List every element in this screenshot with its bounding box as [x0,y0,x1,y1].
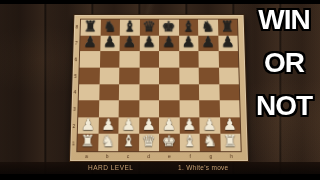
file-label-b: b [97,153,118,160]
file-label-g: g [200,153,221,160]
white-bishop[interactable]: ♝ [121,134,135,150]
white-rook[interactable]: ♜ [223,134,238,150]
difficulty-level-label: HARD LEVEL [88,164,133,171]
square-b7[interactable]: ♟ [100,35,120,51]
black-bishop[interactable]: ♝ [123,19,137,33]
white-pawn[interactable]: ♟ [182,117,196,132]
rank-label-1: 1 [70,135,76,152]
board-grid: ♜♞♝♛♚♝♞♜♟♟♟♟♟♟♟♟♟♟♟♟♟♟♟♟♜♞♝♛♚♝♞♜ [76,19,241,153]
square-h4[interactable] [219,84,239,101]
black-king[interactable]: ♚ [162,19,176,33]
caption-line-3: NOT [250,84,318,127]
black-rook[interactable]: ♜ [84,19,98,33]
white-queen[interactable]: ♛ [142,134,156,150]
square-f4[interactable] [179,84,199,101]
square-d6[interactable] [139,51,159,67]
square-a6[interactable] [80,51,100,67]
white-pawn[interactable]: ♟ [162,117,176,132]
file-label-a: a [76,153,97,160]
file-label-d: d [138,153,159,160]
file-labels: abcdefgh [76,153,242,160]
rank-label-7: 7 [73,35,79,51]
square-c7[interactable]: ♟ [120,35,140,51]
square-f6[interactable] [179,51,199,67]
black-bishop[interactable]: ♝ [181,19,195,33]
white-pawn[interactable]: ♟ [121,117,135,132]
move-indicator-label: 1. White's move [178,164,229,171]
square-d4[interactable] [139,84,159,101]
square-h7[interactable]: ♟ [218,35,238,51]
square-g6[interactable] [198,51,218,67]
black-pawn[interactable]: ♟ [83,35,97,50]
square-b5[interactable] [99,68,119,84]
white-pawn[interactable]: ♟ [101,117,115,132]
white-rook[interactable]: ♜ [80,134,95,150]
square-g1[interactable]: ♞ [200,134,221,151]
black-pawn[interactable]: ♟ [201,35,215,50]
bottom-letterbox-bar [0,174,320,180]
rank-label-6: 6 [73,51,79,67]
square-a7[interactable]: ♟ [80,35,100,51]
square-f7[interactable]: ♟ [179,35,199,51]
black-pawn[interactable]: ♟ [162,35,176,50]
white-pawn[interactable]: ♟ [81,117,96,132]
rank-label-2: 2 [71,118,77,135]
square-c1[interactable]: ♝ [118,134,139,151]
chess-board: ♜♞♝♛♚♝♞♜♟♟♟♟♟♟♟♟♟♟♟♟♟♟♟♟♜♞♝♛♚♝♞♜ abcdefg… [69,14,249,162]
square-b1[interactable]: ♞ [98,134,119,151]
square-e7[interactable]: ♟ [159,35,179,51]
square-a4[interactable] [79,84,99,101]
square-e4[interactable] [159,84,179,101]
black-pawn[interactable]: ♟ [221,35,235,50]
black-pawn[interactable]: ♟ [103,35,117,50]
square-f5[interactable] [179,68,199,84]
square-a1[interactable]: ♜ [77,134,98,151]
black-pawn[interactable]: ♟ [182,35,196,50]
caption-line-1: WIN [250,0,318,41]
square-e6[interactable] [159,51,179,67]
square-d5[interactable] [139,68,159,84]
white-king[interactable]: ♚ [162,134,176,150]
black-pawn[interactable]: ♟ [142,35,156,50]
square-c6[interactable] [119,51,139,67]
square-a5[interactable] [79,68,99,84]
rank-label-8: 8 [74,19,80,35]
rank-label-3: 3 [71,101,77,118]
square-b4[interactable] [99,84,119,101]
square-h6[interactable] [218,51,238,67]
square-e5[interactable] [159,68,179,84]
square-g7[interactable]: ♟ [198,35,218,51]
square-d1[interactable]: ♛ [139,134,159,151]
square-d7[interactable]: ♟ [139,35,159,51]
video-caption: WIN OR NOT [250,0,318,127]
square-g4[interactable] [199,84,219,101]
board-frame: ♜♞♝♛♚♝♞♜♟♟♟♟♟♟♟♟♟♟♟♟♟♟♟♟♜♞♝♛♚♝♞♜ abcdefg… [69,14,249,162]
caption-line-2: OR [250,41,318,84]
black-knight[interactable]: ♞ [201,19,215,33]
white-knight[interactable]: ♞ [203,134,218,150]
file-label-f: f [180,153,201,160]
file-label-h: h [221,153,242,160]
file-label-c: c [118,153,139,160]
square-b6[interactable] [99,51,119,67]
rank-label-4: 4 [72,84,78,101]
black-knight[interactable]: ♞ [103,19,117,33]
square-h5[interactable] [219,68,239,84]
black-queen[interactable]: ♛ [142,19,156,33]
square-c5[interactable] [119,68,139,84]
white-pawn[interactable]: ♟ [202,117,216,132]
game-screen: ♜♞♝♛♚♝♞♜♟♟♟♟♟♟♟♟♟♟♟♟♟♟♟♟♜♞♝♛♚♝♞♜ abcdefg… [0,0,320,180]
status-bar: HARD LEVEL 1. White's move [0,162,320,174]
rank-label-5: 5 [72,67,78,84]
white-pawn[interactable]: ♟ [142,117,156,132]
white-bishop[interactable]: ♝ [182,134,196,150]
white-knight[interactable]: ♞ [101,134,116,150]
square-c4[interactable] [119,84,139,101]
white-pawn[interactable]: ♟ [223,117,238,132]
black-rook[interactable]: ♜ [220,19,234,33]
square-f1[interactable]: ♝ [179,134,200,151]
square-h1[interactable]: ♜ [220,134,241,151]
file-label-e: e [159,153,180,160]
square-e1[interactable]: ♚ [159,134,179,151]
square-g5[interactable] [199,68,219,84]
black-pawn[interactable]: ♟ [123,35,137,50]
